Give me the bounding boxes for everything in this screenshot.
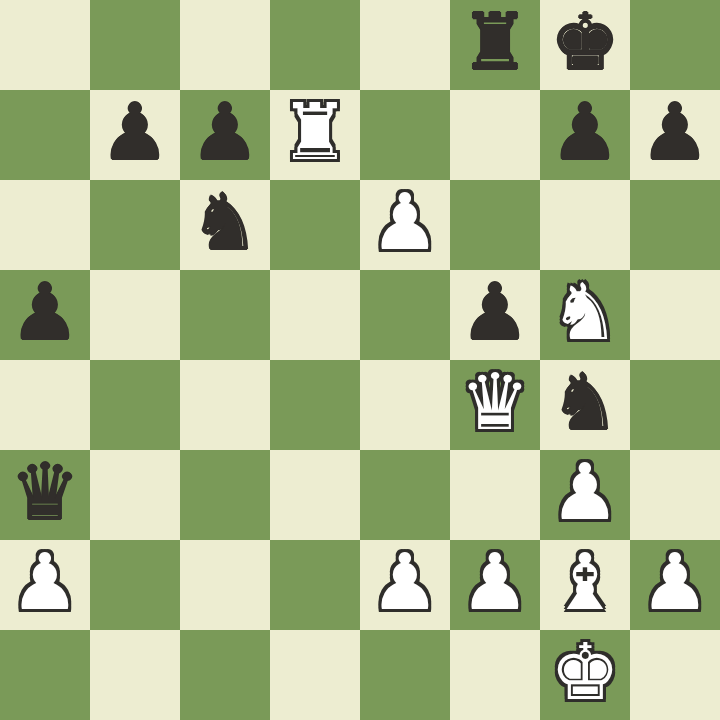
white-queen-piece[interactable]: ♛	[460, 357, 530, 447]
square-c7[interactable]: ♟	[180, 90, 270, 180]
square-a4[interactable]	[0, 360, 90, 450]
black-knight-piece[interactable]: ♞	[190, 177, 260, 267]
white-king-piece[interactable]: ♚	[550, 627, 620, 717]
black-rook-piece[interactable]: ♜	[460, 0, 530, 87]
square-d3[interactable]	[270, 450, 360, 540]
square-b8[interactable]	[90, 0, 180, 90]
square-c6[interactable]: ♞	[180, 180, 270, 270]
square-b2[interactable]	[90, 540, 180, 630]
square-a6[interactable]	[0, 180, 90, 270]
white-pawn-piece[interactable]: ♟	[10, 537, 80, 627]
square-e6[interactable]: ♟	[360, 180, 450, 270]
square-e3[interactable]	[360, 450, 450, 540]
square-b1[interactable]	[90, 630, 180, 720]
square-a3[interactable]: ♛	[0, 450, 90, 540]
square-g5[interactable]: ♞	[540, 270, 630, 360]
square-e2[interactable]: ♟	[360, 540, 450, 630]
square-a7[interactable]	[0, 90, 90, 180]
square-e4[interactable]	[360, 360, 450, 450]
square-d5[interactable]	[270, 270, 360, 360]
chess-board: ♜♚♟♟♜♟♟♞♟♟♟♞♛♞♛♟♟♟♟♝♟♚	[0, 0, 720, 720]
white-pawn-piece[interactable]: ♟	[640, 537, 710, 627]
square-h6[interactable]	[630, 180, 720, 270]
square-f6[interactable]	[450, 180, 540, 270]
black-pawn-piece[interactable]: ♟	[640, 87, 710, 177]
square-c8[interactable]	[180, 0, 270, 90]
square-b7[interactable]: ♟	[90, 90, 180, 180]
square-g8[interactable]: ♚	[540, 0, 630, 90]
square-h3[interactable]	[630, 450, 720, 540]
white-pawn-piece[interactable]: ♟	[460, 537, 530, 627]
black-knight-piece[interactable]: ♞	[550, 357, 620, 447]
square-h8[interactable]	[630, 0, 720, 90]
square-g6[interactable]	[540, 180, 630, 270]
square-h2[interactable]: ♟	[630, 540, 720, 630]
square-f7[interactable]	[450, 90, 540, 180]
white-pawn-piece[interactable]: ♟	[550, 447, 620, 537]
black-king-piece[interactable]: ♚	[550, 0, 620, 87]
square-a1[interactable]	[0, 630, 90, 720]
square-d2[interactable]	[270, 540, 360, 630]
square-e8[interactable]	[360, 0, 450, 90]
black-pawn-piece[interactable]: ♟	[100, 87, 170, 177]
black-pawn-piece[interactable]: ♟	[10, 267, 80, 357]
square-b4[interactable]	[90, 360, 180, 450]
square-d7[interactable]: ♜	[270, 90, 360, 180]
square-a2[interactable]: ♟	[0, 540, 90, 630]
white-rook-piece[interactable]: ♜	[280, 87, 350, 177]
square-h5[interactable]	[630, 270, 720, 360]
square-f8[interactable]: ♜	[450, 0, 540, 90]
square-c3[interactable]	[180, 450, 270, 540]
square-h1[interactable]	[630, 630, 720, 720]
black-pawn-piece[interactable]: ♟	[190, 87, 260, 177]
square-h7[interactable]: ♟	[630, 90, 720, 180]
square-c4[interactable]	[180, 360, 270, 450]
square-d4[interactable]	[270, 360, 360, 450]
square-g3[interactable]: ♟	[540, 450, 630, 540]
square-e7[interactable]	[360, 90, 450, 180]
black-queen-piece[interactable]: ♛	[10, 447, 80, 537]
white-knight-piece[interactable]: ♞	[550, 267, 620, 357]
square-g4[interactable]: ♞	[540, 360, 630, 450]
square-d8[interactable]	[270, 0, 360, 90]
square-c2[interactable]	[180, 540, 270, 630]
square-c5[interactable]	[180, 270, 270, 360]
black-pawn-piece[interactable]: ♟	[460, 267, 530, 357]
square-b5[interactable]	[90, 270, 180, 360]
white-pawn-piece[interactable]: ♟	[370, 177, 440, 267]
square-b6[interactable]	[90, 180, 180, 270]
square-g2[interactable]: ♝	[540, 540, 630, 630]
square-a8[interactable]	[0, 0, 90, 90]
square-a5[interactable]: ♟	[0, 270, 90, 360]
square-f4[interactable]: ♛	[450, 360, 540, 450]
square-f5[interactable]: ♟	[450, 270, 540, 360]
square-e5[interactable]	[360, 270, 450, 360]
square-c1[interactable]	[180, 630, 270, 720]
black-pawn-piece[interactable]: ♟	[550, 87, 620, 177]
white-bishop-piece[interactable]: ♝	[550, 537, 620, 627]
white-pawn-piece[interactable]: ♟	[370, 537, 440, 627]
square-f2[interactable]: ♟	[450, 540, 540, 630]
square-g1[interactable]: ♚	[540, 630, 630, 720]
square-b3[interactable]	[90, 450, 180, 540]
square-f3[interactable]	[450, 450, 540, 540]
square-e1[interactable]	[360, 630, 450, 720]
square-d6[interactable]	[270, 180, 360, 270]
square-h4[interactable]	[630, 360, 720, 450]
square-f1[interactable]	[450, 630, 540, 720]
square-d1[interactable]	[270, 630, 360, 720]
square-g7[interactable]: ♟	[540, 90, 630, 180]
